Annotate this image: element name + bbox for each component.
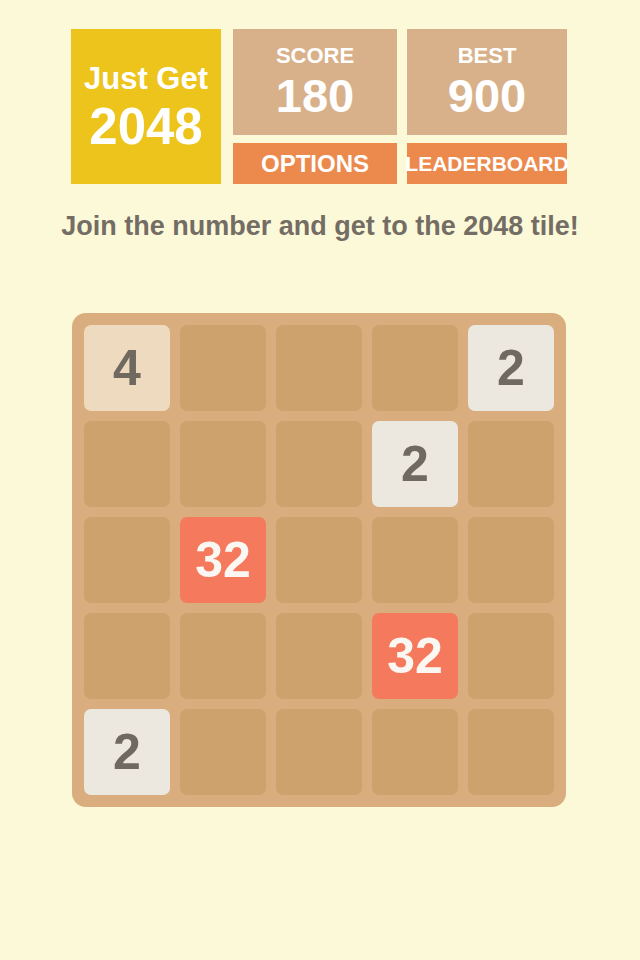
tile-2: 2 (468, 325, 554, 411)
board-cell (372, 709, 458, 795)
app-title-line2: 2048 (89, 99, 202, 155)
best-panel: BEST 900 (407, 29, 567, 135)
tile-32: 32 (372, 613, 458, 699)
best-value: 900 (448, 69, 526, 123)
board-cell (276, 709, 362, 795)
board-cell (276, 613, 362, 699)
app-title-line1: Just Get (84, 59, 208, 99)
score-value: 180 (276, 69, 354, 123)
board-cell (372, 325, 458, 411)
leaderboard-button[interactable]: LEADERBOARD (407, 143, 567, 184)
best-label: BEST (458, 42, 517, 69)
tile-4: 4 (84, 325, 170, 411)
board-cell (276, 517, 362, 603)
board-cell (180, 613, 266, 699)
tile-2: 2 (372, 421, 458, 507)
board-cell (84, 613, 170, 699)
options-button[interactable]: OPTIONS (233, 143, 397, 184)
board-cell (468, 421, 554, 507)
board-cell (372, 517, 458, 603)
board-cell (468, 517, 554, 603)
board-cell (468, 613, 554, 699)
board-cell (276, 421, 362, 507)
board-cell (180, 421, 266, 507)
board-cell (84, 517, 170, 603)
tagline: Join the number and get to the 2048 tile… (0, 211, 640, 242)
board-cell (180, 709, 266, 795)
board-cell (84, 421, 170, 507)
tile-2: 2 (84, 709, 170, 795)
board-cell (468, 709, 554, 795)
app-screen: Just Get 2048 SCORE 180 BEST 900 OPTIONS… (0, 0, 640, 960)
game-board[interactable]: 42232322 (72, 313, 566, 807)
score-panel: SCORE 180 (233, 29, 397, 135)
board-cell (276, 325, 362, 411)
app-title: Just Get 2048 (71, 29, 221, 184)
score-label: SCORE (276, 42, 354, 69)
board-cell (180, 325, 266, 411)
tile-32: 32 (180, 517, 266, 603)
